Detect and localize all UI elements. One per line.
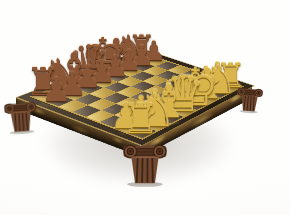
ionic-capital-icon [235, 81, 264, 119]
board-foot-left [3, 96, 40, 139]
chess-set-photo: ♜♞♝♛♚♝♞♜♟♟♟♟♟♟♟♟♟♟♟♟♟♟♟♟♜♞♝♛♚♝♞♜ [0, 0, 290, 215]
board-foot-right [235, 81, 264, 119]
board-foot-front [122, 142, 168, 187]
ionic-capital-icon [3, 96, 40, 139]
ionic-capital-icon [122, 142, 168, 187]
